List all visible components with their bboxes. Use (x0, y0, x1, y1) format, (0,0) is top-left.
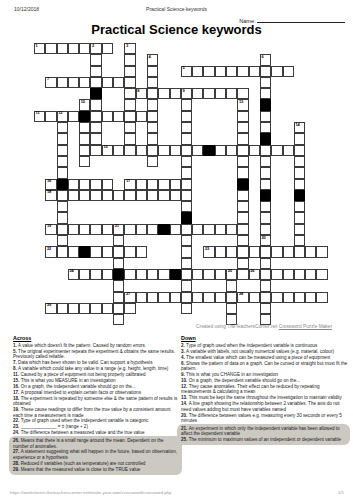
grid-cell (147, 77, 158, 88)
grid-cell (283, 246, 294, 257)
down-clues-column: Down 2. Type of graph used when the inde… (181, 336, 348, 445)
cell-number: 12 (58, 111, 62, 116)
grid-cell (136, 190, 147, 201)
grid-cell (215, 88, 226, 99)
grid-cell (260, 145, 271, 156)
grid-cell (124, 66, 135, 77)
clue-text: The difference between values e.g. measu… (181, 413, 342, 424)
grid-cell (113, 77, 124, 88)
grid-cell (181, 303, 192, 314)
grid-cell (237, 235, 248, 246)
clue-number: 22. (13, 418, 21, 423)
down-heading: Down (181, 336, 348, 342)
clue-number: 24. (13, 430, 21, 435)
grid-cell (192, 269, 203, 280)
grid-cell: 23 (203, 246, 214, 257)
crossword-maker-link[interactable]: Crossword Puzzle Maker (279, 324, 332, 329)
cell-number: 24 (69, 269, 73, 274)
clue-number: 18. (13, 396, 21, 401)
cell-number: 3 (126, 44, 128, 49)
grid-cell: 26 (249, 269, 260, 280)
clue-number: 12. (181, 384, 189, 389)
grid-cell (124, 99, 135, 110)
grid-cell (237, 167, 248, 178)
black-cell (79, 111, 90, 122)
clue-item: 3. A variable with labels, not usually n… (181, 349, 348, 355)
grid-cell (170, 190, 181, 201)
clue-text: The experiment is repeated by someone el… (13, 396, 177, 407)
crossword-grid: 1234657891013111214151617181921202223242… (34, 43, 328, 325)
cell-number: 2 (92, 44, 94, 49)
grid-cell (192, 66, 203, 77)
grid-cell (79, 269, 90, 280)
grid-cell (260, 66, 271, 77)
black-cell (57, 179, 68, 190)
grid-cell (294, 201, 305, 212)
grid-cell (147, 99, 158, 110)
clue-item: 16. On a graph, the independent variable… (13, 384, 180, 390)
grid-cell (124, 88, 135, 99)
grid-cell (124, 269, 135, 280)
clue-item: 20. The difference between values e.g. m… (181, 413, 348, 424)
grid-cell (57, 201, 68, 212)
grid-cell (57, 235, 68, 246)
grid-cell (57, 246, 68, 257)
grid-cell (68, 111, 79, 122)
grid-cell (215, 292, 226, 303)
black-cell (90, 88, 101, 99)
grid-cell (249, 292, 260, 303)
grid-cell (102, 269, 113, 280)
grid-cell: 22 (45, 246, 56, 257)
grid-cell (294, 269, 305, 280)
clue-number: 17. (13, 390, 21, 395)
grid-cell (203, 88, 214, 99)
grid-cell (79, 303, 90, 314)
grid-cell (283, 145, 294, 156)
grid-cell (237, 133, 248, 144)
grid-cell (170, 88, 181, 99)
grid-cell (215, 224, 226, 235)
grid-cell (181, 156, 192, 167)
grid-cell: 14 (294, 122, 305, 133)
grid-cell (113, 111, 124, 122)
grid-cell (226, 246, 237, 257)
grid-cell (158, 179, 169, 190)
clue-number: 29. (13, 467, 21, 472)
grid-cell (181, 201, 192, 212)
grid-cell (237, 201, 248, 212)
grid-cell (147, 179, 158, 190)
grid-cell (147, 111, 158, 122)
cell-number: 20 (262, 236, 266, 241)
grid-cell (305, 269, 316, 280)
grid-cell (249, 66, 260, 77)
grid-cell (260, 246, 271, 257)
grid-cell (237, 224, 248, 235)
grid-cell (113, 280, 124, 291)
grid-cell (90, 246, 101, 257)
grid-cell (316, 246, 327, 257)
clue-text: This must be kept the same throughout th… (189, 395, 342, 400)
grid-cell (124, 77, 135, 88)
grid-cell (79, 77, 90, 88)
grid-cell (90, 122, 101, 133)
grid-cell (68, 77, 79, 88)
clue-number: 14. (181, 401, 189, 406)
grid-cell: 8 (136, 88, 147, 99)
grid-cell (181, 179, 192, 190)
grid-cell: 10 (79, 99, 90, 110)
clue-item: 8. A variable which could take any value… (13, 366, 180, 372)
grid-cell (249, 145, 260, 156)
grid-cell (226, 292, 237, 303)
grid-cell (136, 111, 147, 122)
black-cell (181, 212, 192, 223)
grid-cell (237, 156, 248, 167)
grid-cell (158, 292, 169, 303)
grid-cell: 20 (260, 235, 271, 246)
grid-cell (90, 145, 101, 156)
clue-text: A variable with labels, not usually nume… (186, 349, 334, 354)
grid-cell (68, 246, 79, 257)
footer-url: https://worksheets.theteacherscorner.net… (10, 490, 172, 495)
black-cell (158, 224, 169, 235)
clue-number: 27. (13, 449, 21, 454)
clue-item: 5. The original experimenter repeats the… (13, 349, 180, 360)
grid-cell (124, 54, 135, 65)
clue-item: 18. The experiment is repeated by someon… (13, 396, 180, 407)
cell-number: 28 (239, 292, 243, 297)
grid-cell (203, 66, 214, 77)
grid-cell (102, 111, 113, 122)
clue-item: 26. Means that there is a small range ar… (13, 438, 178, 449)
black-cell (294, 190, 305, 201)
clue-item: 19. These cause readings to differ from … (13, 407, 180, 418)
grid-cell (192, 88, 203, 99)
highlighted-clue-group: 21. An experiment in which only the inde… (177, 424, 350, 445)
grid-cell (147, 88, 158, 99)
grid-cell (181, 99, 192, 110)
clue-number: 28. (13, 461, 21, 466)
grid-cell (260, 88, 271, 99)
footer-page-indicator: 1/1 (338, 490, 344, 495)
grid-cell (57, 212, 68, 223)
grid-cell (147, 133, 158, 144)
grid-cell (294, 156, 305, 167)
page-title: Practical Science keywords (0, 22, 353, 37)
grid-cell (260, 156, 271, 167)
clue-item: 17. A proposal intended to explain certa… (13, 390, 180, 396)
cell-number: 4 (149, 55, 151, 60)
clue-text: The difference between a measured value … (21, 430, 145, 435)
grid-cell (147, 122, 158, 133)
clue-item: 4. The smallest value which can be measu… (181, 355, 348, 361)
grid-cell (147, 224, 158, 235)
grid-cell (57, 156, 68, 167)
grid-cell (158, 269, 169, 280)
grid-cell (79, 122, 90, 133)
grid-cell: 25 (226, 269, 237, 280)
grid-cell (90, 77, 101, 88)
clue-item: 12. They cause anomalies. Their effect c… (181, 384, 348, 395)
grid-cell (158, 88, 169, 99)
grid-cell (90, 54, 101, 65)
clue-number: 10. (181, 378, 189, 383)
grid-cell (90, 269, 101, 280)
cell-number: 1 (36, 44, 38, 49)
clue-text: Caused by a piece of equipment not being… (20, 372, 145, 377)
clue-item: 25. The minimum to maximum values of an … (181, 437, 346, 443)
grid-cell (57, 43, 68, 54)
clue-text: On a graph, the independent variable sho… (21, 384, 136, 389)
grid-cell (102, 303, 113, 314)
grid-cell (79, 179, 90, 190)
black-cell (260, 190, 271, 201)
clue-text: The smallest value which can be measured… (186, 355, 330, 360)
cell-number: 8 (137, 89, 139, 94)
grid-cell (181, 111, 192, 122)
cell-number: 23 (205, 247, 209, 252)
clue-text: They cause anomalies. Their effect can b… (181, 384, 320, 395)
grid-cell (158, 190, 169, 201)
grid-cell (192, 145, 203, 156)
cell-number: 16 (47, 179, 51, 184)
clue-number: 23. (13, 424, 21, 429)
grid-cell (181, 258, 192, 269)
grid-cell (260, 292, 271, 303)
grid-cell (124, 122, 135, 133)
cell-number: 14 (295, 123, 299, 128)
grid-cell (237, 88, 248, 99)
grid-cell (147, 66, 158, 77)
black-cell (260, 99, 271, 110)
grid-cell: 29 (45, 303, 56, 314)
grid-cell (237, 111, 248, 122)
grid-cell: 19 (45, 224, 56, 235)
grid-cell (90, 111, 101, 122)
grid-cell (113, 292, 124, 303)
grid-cell (294, 212, 305, 223)
grid-cell (226, 303, 237, 314)
grid-cell (79, 133, 90, 144)
grid-cell (249, 246, 260, 257)
black-cell (113, 269, 124, 280)
cell-number: 19 (47, 224, 51, 229)
cell-number: 5 (182, 66, 184, 71)
grid-cell (124, 246, 135, 257)
grid-cell (170, 179, 181, 190)
clue-text: A value which doesn't fit the pattern. C… (18, 343, 146, 348)
grid-cell (136, 224, 147, 235)
across-clues-column: Across 1. A value which doesn't fit the … (13, 336, 180, 475)
grid-cell: 21 (113, 224, 124, 235)
grid-cell (260, 167, 271, 178)
grid-cell (102, 179, 113, 190)
grid-cell (260, 258, 271, 269)
clue-item: 13. This must be kept the same throughou… (181, 395, 348, 401)
black-cell (203, 145, 214, 156)
grid-cell (57, 167, 68, 178)
grid-cell (181, 269, 192, 280)
grid-cell (181, 122, 192, 133)
clue-text: Means that there is a small range around… (13, 438, 164, 449)
grid-cell (294, 235, 305, 246)
grid-cell (305, 292, 316, 303)
grid-cell (113, 314, 124, 325)
grid-cell: 12 (57, 111, 68, 122)
grid-cell (79, 190, 90, 201)
grid-cell (260, 224, 271, 235)
header-date: 10/12/2018 (14, 6, 39, 12)
highlighted-clue-group: 26. Means that there is a small range ar… (9, 436, 182, 475)
cell-number: 9 (182, 89, 184, 94)
grid-cell (237, 122, 248, 133)
grid-cell (147, 269, 158, 280)
grid-cell (102, 43, 113, 54)
clue-item: 24. The difference between a measured va… (13, 430, 180, 436)
clue-item: 22. Type of graph used when the independ… (13, 418, 180, 424)
clue-text: Type of graph used when the independent … (21, 418, 149, 423)
across-clue-list: 1. A value which doesn't fit the pattern… (13, 343, 180, 475)
grid-cell (283, 292, 294, 303)
grid-cell (170, 224, 181, 235)
grid-cell (237, 66, 248, 77)
grid-cell (147, 145, 158, 156)
grid-cell (57, 133, 68, 144)
grid-cell (260, 280, 271, 291)
grid-cell: 18 (45, 190, 56, 201)
grid-cell (271, 292, 282, 303)
grid-cell (294, 292, 305, 303)
grid-cell (192, 224, 203, 235)
grid-cell (68, 179, 79, 190)
grid-cell (215, 145, 226, 156)
grid-cell: 1 (34, 43, 45, 54)
clue-text: This is what you CHANGE in an investigat… (186, 372, 278, 377)
grid-cell (271, 66, 282, 77)
grid-cell (260, 111, 271, 122)
grid-cell (260, 179, 271, 190)
grid-cell (57, 303, 68, 314)
grid-cell (260, 122, 271, 133)
clue-item: 10. On a graph, the dependent variable s… (181, 378, 348, 384)
clue-text: Shows the pattern of data on a graph. Ca… (181, 361, 347, 372)
grid-cell: 15 (102, 145, 113, 156)
grid-cell (181, 235, 192, 246)
grid-cell (203, 292, 214, 303)
cell-number: 13 (239, 100, 243, 105)
grid-cell (90, 224, 101, 235)
grid-cell (226, 280, 237, 291)
grid-cell (90, 303, 101, 314)
grid-cell (215, 66, 226, 77)
grid-cell: 6 (260, 54, 271, 65)
cell-number: 11 (36, 111, 40, 116)
grid-cell (79, 224, 90, 235)
grid-cell (181, 190, 192, 201)
grid-cell (124, 224, 135, 235)
grid-cell (90, 133, 101, 144)
grid-cell (226, 66, 237, 77)
clue-text: These cause readings to differ from the … (13, 407, 170, 418)
grid-cell (57, 224, 68, 235)
grid-cell (283, 269, 294, 280)
grid-cell (113, 303, 124, 314)
created-credit: Created using TheTeachersCorner.net Cros… (196, 324, 332, 329)
grid-cell: 9 (181, 88, 192, 99)
down-clue-list: 2. Type of graph used when the independe… (181, 343, 348, 445)
grid-cell (294, 179, 305, 190)
clue-item: 21. An experiment in which only the inde… (181, 426, 346, 437)
clue-number: 20. (181, 413, 189, 418)
grid-cell (271, 145, 282, 156)
grid-cell: 3 (124, 43, 135, 54)
cell-number: 7 (47, 77, 49, 82)
clue-text: Data which has been shown to be valid. C… (18, 360, 152, 365)
cell-number: 22 (47, 247, 51, 252)
cell-number: 17 (126, 179, 130, 184)
grid-cell (305, 246, 316, 257)
clue-item: 29. Means that the measured value is clo… (13, 467, 178, 473)
grid-cell (237, 258, 248, 269)
grid-cell (170, 145, 181, 156)
grid-cell (294, 145, 305, 156)
grid-cell (226, 224, 237, 235)
grid-cell (102, 246, 113, 257)
clue-item: 1. A value which doesn't fit the pattern… (13, 343, 180, 349)
cell-number: 18 (47, 190, 51, 195)
grid-cell (316, 269, 327, 280)
clue-text: An experiment in which only the independ… (181, 426, 340, 437)
grid-cell (79, 145, 90, 156)
clue-number: 13. (181, 395, 189, 400)
grid-cell (260, 269, 271, 280)
clue-text: Reduced if variables (such as temperatur… (21, 461, 146, 466)
grid-cell (113, 246, 124, 257)
grid-cell (181, 224, 192, 235)
grid-cell (45, 43, 56, 54)
grid-cell (215, 246, 226, 257)
grid-cell (113, 258, 124, 269)
clue-item: 2. Type of graph used when the independe… (181, 343, 348, 349)
grid-cell (294, 133, 305, 144)
grid-cell (271, 246, 282, 257)
clue-item: 6. Shows the pattern of data on a graph.… (181, 361, 348, 372)
clue-number: 25. (181, 437, 189, 442)
black-cell (260, 133, 271, 144)
grid-cell (79, 43, 90, 54)
grid-cell: 11 (34, 111, 45, 122)
grid-cell (57, 122, 68, 133)
grid-cell (181, 145, 192, 156)
grid-cell: 28 (237, 292, 248, 303)
clue-item: 23. ______________ = ± (range ÷ 2) (13, 424, 180, 430)
grid-cell (57, 77, 68, 88)
grid-cell (90, 179, 101, 190)
clue-number: 15. (13, 378, 21, 383)
grid-cell (136, 246, 147, 257)
grid-cell (57, 190, 68, 201)
grid-cell: 27 (124, 292, 135, 303)
grid-cell (68, 190, 79, 201)
grid-cell (181, 246, 192, 257)
grid-cell (294, 224, 305, 235)
worksheet-page: 10/12/2018 Practical Science keywords Na… (0, 0, 353, 500)
grid-cell: 13 (237, 99, 248, 110)
grid-cell (192, 292, 203, 303)
grid-cell (113, 145, 124, 156)
